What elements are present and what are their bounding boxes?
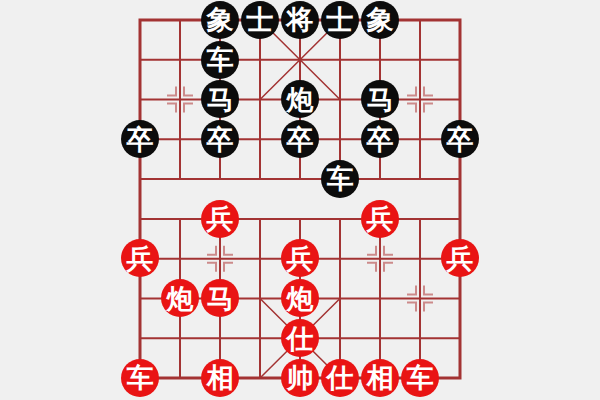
piece-glyph: 兵 bbox=[367, 206, 394, 233]
piece-red-advisor[interactable]: 仕 bbox=[281, 319, 319, 357]
piece-red-soldier[interactable]: 兵 bbox=[121, 239, 159, 277]
piece-glyph: 卒 bbox=[367, 127, 394, 154]
piece-black-cannon[interactable]: 炮 bbox=[281, 80, 319, 118]
piece-black-soldier[interactable]: 卒 bbox=[121, 120, 159, 158]
piece-black-soldier[interactable]: 卒 bbox=[441, 120, 479, 158]
piece-black-general[interactable]: 将 bbox=[281, 1, 319, 39]
piece-black-advisor[interactable]: 士 bbox=[321, 1, 359, 39]
piece-glyph: 卒 bbox=[287, 127, 314, 154]
piece-glyph: 炮 bbox=[287, 87, 314, 114]
piece-glyph: 车 bbox=[127, 365, 154, 392]
piece-black-soldier[interactable]: 卒 bbox=[281, 120, 319, 158]
piece-red-chariot[interactable]: 车 bbox=[121, 359, 159, 397]
piece-glyph: 马 bbox=[207, 286, 234, 313]
piece-glyph: 士 bbox=[327, 7, 354, 34]
piece-black-horse[interactable]: 马 bbox=[361, 80, 399, 118]
piece-black-horse[interactable]: 马 bbox=[201, 80, 239, 118]
piece-glyph: 将 bbox=[287, 7, 314, 34]
piece-glyph: 象 bbox=[207, 7, 234, 34]
piece-red-soldier[interactable]: 兵 bbox=[441, 239, 479, 277]
piece-glyph: 车 bbox=[207, 47, 234, 74]
piece-glyph: 车 bbox=[327, 166, 354, 193]
piece-glyph: 仕 bbox=[287, 326, 314, 353]
piece-black-soldier[interactable]: 卒 bbox=[361, 120, 399, 158]
piece-red-soldier[interactable]: 兵 bbox=[361, 200, 399, 238]
piece-glyph: 帅 bbox=[287, 365, 314, 392]
piece-glyph: 马 bbox=[367, 87, 394, 114]
piece-red-elephant[interactable]: 相 bbox=[361, 359, 399, 397]
piece-black-chariot[interactable]: 车 bbox=[201, 41, 239, 79]
piece-black-advisor[interactable]: 士 bbox=[241, 1, 279, 39]
piece-glyph: 卒 bbox=[127, 127, 154, 154]
piece-glyph: 马 bbox=[207, 87, 234, 114]
piece-glyph: 仕 bbox=[327, 365, 354, 392]
xiangqi-board[interactable]: 象士将士象车马炮马卒卒卒卒卒车兵兵兵兵兵炮马炮仕车相帅仕相车 bbox=[120, 0, 480, 398]
piece-red-general[interactable]: 帅 bbox=[281, 359, 319, 397]
piece-glyph: 相 bbox=[207, 365, 234, 392]
piece-glyph: 相 bbox=[367, 365, 394, 392]
piece-red-cannon[interactable]: 炮 bbox=[161, 279, 199, 317]
piece-red-advisor[interactable]: 仕 bbox=[321, 359, 359, 397]
piece-black-elephant[interactable]: 象 bbox=[361, 1, 399, 39]
piece-glyph: 炮 bbox=[287, 286, 314, 313]
piece-glyph: 兵 bbox=[207, 206, 234, 233]
piece-glyph: 卒 bbox=[207, 127, 234, 154]
piece-red-elephant[interactable]: 相 bbox=[201, 359, 239, 397]
piece-glyph: 炮 bbox=[167, 286, 194, 313]
piece-red-chariot[interactable]: 车 bbox=[401, 359, 439, 397]
piece-black-elephant[interactable]: 象 bbox=[201, 1, 239, 39]
piece-glyph: 兵 bbox=[287, 246, 314, 273]
piece-black-soldier[interactable]: 卒 bbox=[201, 120, 239, 158]
piece-red-horse[interactable]: 马 bbox=[201, 279, 239, 317]
piece-red-soldier[interactable]: 兵 bbox=[281, 239, 319, 277]
app-background: 象士将士象车马炮马卒卒卒卒卒车兵兵兵兵兵炮马炮仕车相帅仕相车 bbox=[0, 0, 600, 400]
piece-glyph: 士 bbox=[247, 7, 274, 34]
piece-red-soldier[interactable]: 兵 bbox=[201, 200, 239, 238]
piece-glyph: 卒 bbox=[447, 127, 474, 154]
piece-glyph: 兵 bbox=[447, 246, 474, 273]
piece-black-chariot[interactable]: 车 bbox=[321, 160, 359, 198]
piece-glyph: 兵 bbox=[127, 246, 154, 273]
piece-glyph: 车 bbox=[407, 365, 434, 392]
piece-glyph: 象 bbox=[367, 7, 394, 34]
piece-red-cannon[interactable]: 炮 bbox=[281, 279, 319, 317]
